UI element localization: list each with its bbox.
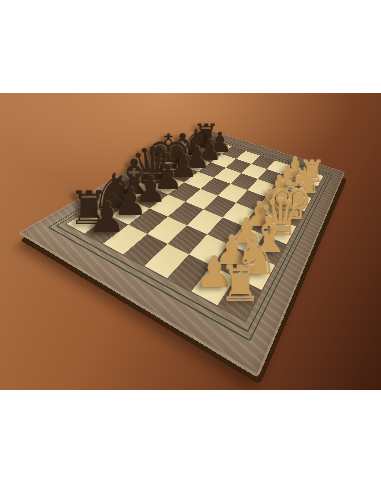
letterbox-top bbox=[0, 0, 381, 93]
table-surface: ♜♞♝♛♚♝♞♜♟♟♟♟♟♟♟♟♟♟♟♟♟♟♟♟♜♞♝♛♚♝♞♜ bbox=[0, 93, 381, 390]
screenshot: { "game": { "name": "chess", "scene": "O… bbox=[0, 0, 381, 492]
letterbox-bottom bbox=[0, 390, 381, 492]
